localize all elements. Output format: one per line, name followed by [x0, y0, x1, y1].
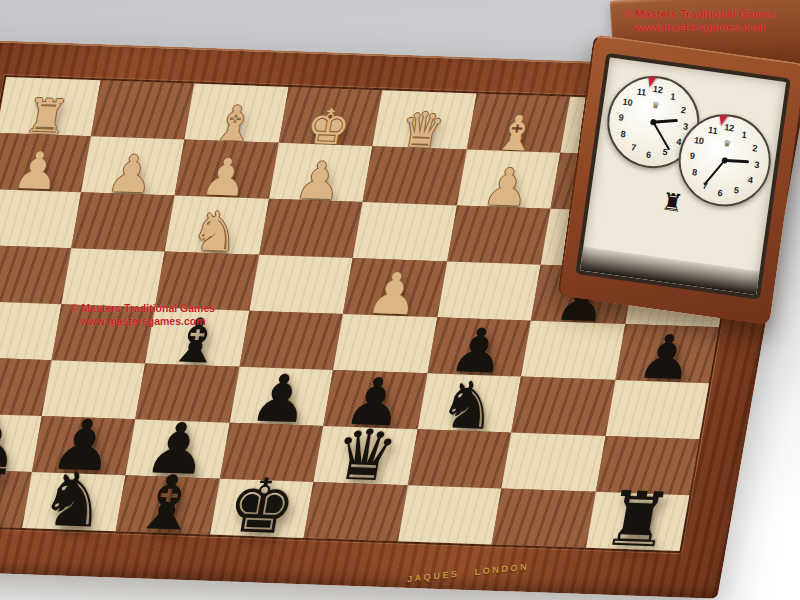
- square-c8: [398, 485, 502, 544]
- white-pawn-f2: ♟: [198, 154, 252, 201]
- square-e6: ♟: [229, 367, 333, 426]
- square-d2: [363, 146, 467, 205]
- black-king-e8: ♚: [222, 472, 301, 542]
- dial-number: 9: [618, 112, 624, 123]
- white-bishop-f1: ♝: [209, 101, 259, 146]
- watermark-top-right: © Masters Traditional Games www.mastersg…: [598, 8, 800, 34]
- square-b5: [521, 321, 625, 380]
- watermark-on-board: © Masters Traditional Games www.mastersg…: [54, 302, 232, 328]
- watermark-line1: © Masters Traditional Games: [598, 8, 800, 21]
- dial-number: 5: [662, 147, 668, 158]
- square-c6: ♞: [417, 373, 521, 432]
- square-e3: [259, 199, 363, 258]
- square-h2: ♟: [0, 133, 90, 192]
- white-king-e1: ♚: [303, 105, 353, 150]
- white-bishop-c1: ♝: [491, 111, 541, 156]
- dial-number: 10: [693, 135, 704, 146]
- dial-logo-icon: ♛: [651, 100, 660, 111]
- black-pawn-e6: ♟: [247, 369, 315, 429]
- black-rook-a8: ♜: [598, 485, 677, 555]
- square-g4: [61, 248, 165, 307]
- watermark-line2: www.mastersgames.com: [54, 315, 232, 328]
- white-pawn-c2: ♟: [480, 164, 534, 211]
- square-h4: [0, 245, 71, 304]
- black-knight-c6: ♞: [435, 375, 503, 435]
- watermark-line1: © Masters Traditional Games: [54, 302, 232, 315]
- square-e4: [249, 255, 353, 314]
- square-c1: ♝: [466, 93, 570, 152]
- black-bishop-f8: ♝: [128, 468, 207, 538]
- dial-number: 12: [652, 84, 663, 95]
- square-c3: [447, 205, 551, 264]
- clock-face-shadow: [580, 247, 760, 296]
- dial-number: 11: [708, 125, 719, 136]
- clock-rook-icon: ♜: [660, 189, 685, 216]
- dial-number: 9: [689, 151, 695, 162]
- dial-number: 6: [717, 187, 723, 198]
- dial-number: 3: [682, 121, 688, 132]
- square-c2: ♟: [456, 149, 560, 208]
- black-queen-d7: ♛: [328, 424, 401, 489]
- square-b7: [501, 433, 605, 492]
- square-e2: ♟: [269, 143, 373, 202]
- square-f2: ♟: [175, 140, 279, 199]
- square-d4: ♟: [343, 258, 447, 317]
- square-h3: [0, 189, 81, 248]
- chess-clock: ♜ ♛ 121234567891011 ♛ 121234567891011: [557, 34, 800, 325]
- white-queen-d1: ♛: [397, 108, 447, 153]
- dial-number: 2: [752, 143, 758, 154]
- square-g3: [71, 192, 175, 251]
- dial-number: 7: [702, 181, 708, 192]
- dial-number: 12: [724, 123, 735, 134]
- white-pawn-g2: ♟: [104, 151, 158, 198]
- square-a8: ♜: [586, 492, 690, 551]
- square-d8: [304, 482, 408, 541]
- black-knight-g8: ♞: [35, 465, 114, 535]
- dial-number: 7: [631, 142, 637, 153]
- watermark-line2: www.mastersgames.com: [598, 21, 800, 34]
- right-hour-hand: [725, 159, 749, 163]
- square-f3: ♞: [165, 196, 269, 255]
- left-minute-hand: [652, 122, 670, 151]
- dial-logo-icon: ♛: [722, 138, 731, 149]
- white-pawn-e2: ♟: [292, 158, 346, 205]
- square-f8: ♝: [116, 475, 220, 534]
- square-h1: ♜: [0, 77, 100, 136]
- dial-number: 3: [754, 160, 760, 171]
- white-knight-f3: ♞: [187, 208, 244, 258]
- dial-number: 1: [741, 129, 747, 140]
- dial-number: 5: [733, 185, 739, 196]
- dial-number: 10: [622, 97, 633, 108]
- square-c7: [407, 429, 511, 488]
- square-a6: [605, 380, 709, 439]
- square-c4: [437, 261, 541, 320]
- white-pawn-d4: ♟: [364, 268, 424, 321]
- left-hour-hand: [653, 119, 677, 124]
- dial-number: 1: [670, 91, 676, 102]
- square-g1: [90, 80, 194, 139]
- maker-stamp: JAQUES LONDON: [407, 562, 529, 585]
- right-dial-center-cap: [721, 157, 728, 164]
- dial-number: 8: [620, 129, 626, 140]
- dial-number: 4: [747, 175, 753, 186]
- dial-number: 8: [691, 167, 697, 178]
- square-b8: [492, 489, 596, 548]
- dial-number: 2: [680, 105, 686, 116]
- black-pawn-a5: ♟: [634, 330, 698, 387]
- square-g2: ♟: [81, 136, 185, 195]
- white-rook-h1: ♜: [21, 95, 71, 140]
- square-a5: ♟: [615, 324, 719, 383]
- square-d1: ♛: [372, 90, 476, 149]
- square-e8: ♚: [210, 479, 314, 538]
- square-b6: [511, 377, 615, 436]
- square-f1: ♝: [184, 84, 288, 143]
- square-d3: [353, 202, 457, 261]
- square-e1: ♚: [278, 87, 382, 146]
- dial-number: 11: [636, 86, 647, 97]
- black-rook-h8: ♜: [0, 462, 19, 532]
- square-g8: ♞: [22, 472, 126, 531]
- white-pawn-h2: ♟: [10, 148, 64, 195]
- dial-number: 6: [646, 149, 652, 160]
- clock-face: ♜ ♛ 121234567891011 ♛ 121234567891011: [575, 53, 790, 300]
- square-d7: ♛: [313, 426, 417, 485]
